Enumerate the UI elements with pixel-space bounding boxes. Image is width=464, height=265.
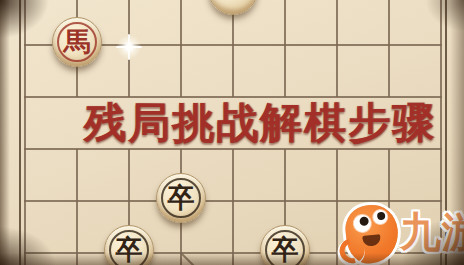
mascot-left-eye-icon [353, 214, 372, 233]
palace-diagonal [180, 252, 196, 265]
soldier-point-marker [432, 36, 450, 54]
soldier-point-marker [224, 36, 242, 54]
soldier-point-marker [120, 192, 138, 210]
piece-glyph: 卒 [272, 237, 299, 264]
cannon-point-marker [380, 0, 398, 2]
soldier-point-marker [224, 192, 242, 210]
mascot-right-eye-icon [373, 209, 388, 224]
soldier-point-marker [328, 36, 346, 54]
board-gridline [284, 0, 286, 97]
mascot-mouth-icon [362, 234, 381, 247]
board-gridline [388, 0, 390, 97]
endgame-title-overlay: 残局挑战解棋步骤 [84, 101, 436, 145]
soldier-point-marker [328, 192, 346, 210]
sparkle-effect [115, 33, 143, 61]
9game-watermark: 九游 [346, 197, 464, 265]
9game-mascot-icon [343, 202, 401, 265]
soldier-point-marker [16, 36, 34, 54]
xiangqi-endgame-screenshot: 馬卒卒卒 残局挑战解棋步骤 九游 [0, 0, 464, 265]
piece-glyph: 卒 [168, 185, 195, 212]
piece-red-horse[interactable]: 馬 [52, 17, 102, 67]
piece-black-soldier-2[interactable]: 卒 [104, 225, 154, 265]
piece-black-soldier-3[interactable]: 卒 [260, 225, 310, 265]
cannon-point-marker [68, 244, 86, 262]
piece-cutoff-piece[interactable] [208, 0, 258, 15]
cannon-point-marker [68, 0, 86, 2]
piece-glyph: 卒 [116, 237, 143, 264]
soldier-point-marker [16, 192, 34, 210]
9game-logo-text: 九游 [400, 205, 464, 260]
piece-glyph: 馬 [64, 29, 91, 56]
board-gridline [180, 0, 182, 97]
piece-black-soldier-1[interactable]: 卒 [156, 173, 206, 223]
